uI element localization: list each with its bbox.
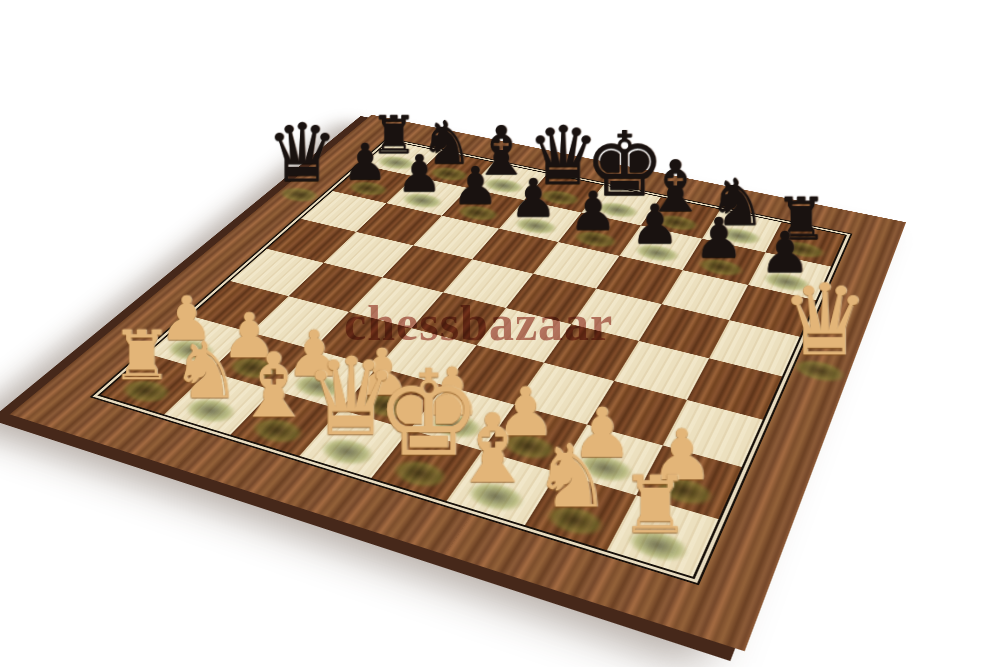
white-bishop[interactable]: ♝ xyxy=(233,340,313,438)
white-bishop[interactable]: ♝ xyxy=(450,401,535,506)
white-knight[interactable]: ♞ xyxy=(528,432,615,529)
white-rook[interactable]: ♜ xyxy=(610,465,699,554)
black-pawn[interactable]: ♟ xyxy=(388,148,450,206)
extra-black-queen[interactable]: ♛ xyxy=(266,113,327,201)
white-knight-glyph: ♞ xyxy=(528,432,615,519)
black-pawn[interactable]: ♟ xyxy=(561,184,626,245)
chess-set-product-photo: ♜♞♝♛♚♝♞♜♟♟♟♟♟♟♟♟♟♟♟♟♟♟♟♟♜♞♝♛♚♝♞♜♛♛ chess… xyxy=(0,0,1000,667)
extra-white-queen[interactable]: ♛ xyxy=(780,271,855,379)
black-pawn[interactable]: ♟ xyxy=(501,171,565,231)
white-king-glyph: ♚ xyxy=(375,354,458,473)
black-pawn-glyph: ♟ xyxy=(501,171,565,224)
black-pawn[interactable]: ♟ xyxy=(444,159,507,218)
black-pawn-glyph: ♟ xyxy=(388,148,450,199)
black-pawn-glyph: ♟ xyxy=(622,197,688,252)
chess-board: ♜♞♝♛♚♝♞♜♟♟♟♟♟♟♟♟♟♟♟♟♟♟♟♟♜♞♝♛♚♝♞♜♛♛ xyxy=(10,114,906,650)
black-pawn[interactable]: ♟ xyxy=(335,136,396,193)
extra-white-queen-glyph: ♛ xyxy=(780,271,855,370)
black-pawn-glyph: ♟ xyxy=(561,184,626,238)
white-queen[interactable]: ♛ xyxy=(303,344,385,461)
white-bishop-glyph: ♝ xyxy=(450,401,535,496)
black-pawn-glyph: ♟ xyxy=(335,136,396,186)
white-queen-glyph: ♛ xyxy=(303,344,385,451)
extra-black-queen-glyph: ♛ xyxy=(266,113,327,194)
white-king[interactable]: ♚ xyxy=(375,354,458,483)
white-bishop-glyph: ♝ xyxy=(233,340,313,429)
white-rook-glyph: ♜ xyxy=(610,465,699,544)
black-pawn-glyph: ♟ xyxy=(444,159,507,211)
black-pawn[interactable]: ♟ xyxy=(685,210,752,273)
black-pawn-glyph: ♟ xyxy=(685,210,752,266)
board-scene: ♜♞♝♛♚♝♞♜♟♟♟♟♟♟♟♟♟♟♟♟♟♟♟♟♜♞♝♛♚♝♞♜♛♛ xyxy=(0,0,1000,667)
black-pawn[interactable]: ♟ xyxy=(622,197,688,259)
